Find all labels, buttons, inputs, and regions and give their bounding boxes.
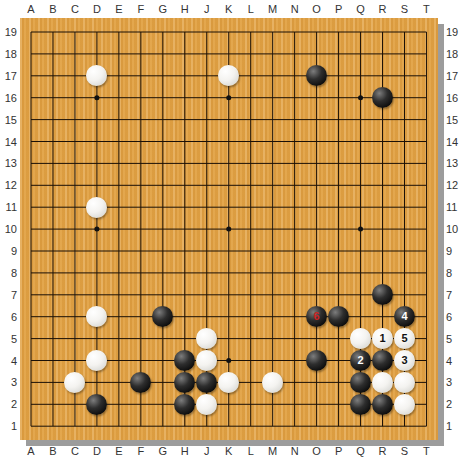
coord-label-right-11: 11 [446,200,463,214]
coord-label-left-1: 1 [0,419,17,433]
coord-label-bottom-L: L [242,444,260,458]
black-stone-R4 [372,350,393,371]
star-point-K10 [226,227,231,232]
coord-label-right-13: 13 [446,156,463,170]
coord-label-right-8: 8 [446,266,463,280]
star-point-Q10 [358,227,363,232]
coord-label-right-5: 5 [446,332,463,346]
coord-label-top-G: G [154,2,172,16]
coord-label-right-12: 12 [446,178,463,192]
coord-label-left-17: 17 [0,69,17,83]
coord-label-bottom-Q: Q [352,444,370,458]
white-stone-Q5 [350,328,371,349]
white-stone-D11 [86,197,107,218]
coord-label-right-9: 9 [446,244,463,258]
coord-label-left-19: 19 [0,25,17,39]
coord-label-left-8: 8 [0,266,17,280]
coord-label-top-H: H [176,2,194,16]
coord-label-bottom-K: K [220,444,238,458]
coord-label-top-Q: Q [352,2,370,16]
coord-label-left-11: 11 [0,200,17,214]
move-number-2: 2 [357,355,363,366]
go-board[interactable]: 641523 [20,18,438,440]
coord-label-right-2: 2 [446,397,463,411]
black-stone-R2 [372,394,393,415]
coord-label-bottom-O: O [308,444,326,458]
coord-label-top-R: R [374,2,392,16]
white-stone-M3 [262,372,283,393]
coord-label-top-B: B [44,2,62,16]
coord-label-right-19: 19 [446,25,463,39]
star-point-Q16 [358,95,363,100]
coord-label-right-10: 10 [446,222,463,236]
coord-label-right-7: 7 [446,288,463,302]
coord-label-left-18: 18 [0,47,17,61]
coord-label-top-O: O [308,2,326,16]
coord-label-right-16: 16 [446,91,463,105]
coord-label-bottom-E: E [110,444,128,458]
coord-label-bottom-J: J [198,444,216,458]
coord-label-bottom-C: C [66,444,84,458]
coord-label-bottom-F: F [132,444,150,458]
go-board-diagram: ABCDEFGHJKLMNOPQRST ABCDEFGHJKLMNOPQRST … [0,0,465,460]
coord-label-bottom-T: T [417,444,435,458]
coord-label-left-3: 3 [0,375,17,389]
coord-label-top-M: M [264,2,282,16]
coord-label-top-P: P [330,2,348,16]
coord-label-left-5: 5 [0,332,17,346]
black-stone-Q3 [350,372,371,393]
move-number-4: 4 [401,311,407,322]
coord-label-left-16: 16 [0,91,17,105]
white-stone-S5: 5 [394,328,415,349]
coord-label-left-9: 9 [0,244,17,258]
move-number-5: 5 [401,333,407,344]
coord-label-left-12: 12 [0,178,17,192]
coord-label-left-2: 2 [0,397,17,411]
coord-label-top-F: F [132,2,150,16]
coord-label-bottom-H: H [176,444,194,458]
coord-label-bottom-B: B [44,444,62,458]
black-stone-O4 [306,350,327,371]
coord-label-top-N: N [286,2,304,16]
coord-label-top-E: E [110,2,128,16]
coord-label-bottom-N: N [286,444,304,458]
coord-label-bottom-R: R [374,444,392,458]
coord-label-right-18: 18 [446,47,463,61]
coord-label-left-14: 14 [0,135,17,149]
coord-label-bottom-D: D [88,444,106,458]
coord-label-bottom-A: A [22,444,40,458]
white-stone-K3 [218,372,239,393]
coord-label-top-J: J [198,2,216,16]
move-number-6: 6 [314,311,320,322]
coord-label-right-17: 17 [446,69,463,83]
coord-label-left-7: 7 [0,288,17,302]
coord-label-top-L: L [242,2,260,16]
coord-label-top-A: A [22,2,40,16]
coord-label-bottom-S: S [395,444,413,458]
black-stone-H2 [174,394,195,415]
white-stone-S4: 3 [394,350,415,371]
coord-label-left-13: 13 [0,156,17,170]
coord-label-right-4: 4 [446,354,463,368]
black-stone-Q2 [350,394,371,415]
coord-label-right-3: 3 [446,375,463,389]
coord-label-right-14: 14 [446,135,463,149]
star-point-K16 [226,95,231,100]
star-point-D10 [94,227,99,232]
coord-label-right-15: 15 [446,113,463,127]
move-number-1: 1 [379,333,385,344]
coord-label-top-K: K [220,2,238,16]
star-point-D16 [94,95,99,100]
white-stone-S3 [394,372,415,393]
coord-label-top-S: S [395,2,413,16]
coord-label-left-6: 6 [0,310,17,324]
coord-label-top-T: T [417,2,435,16]
coord-label-top-D: D [88,2,106,16]
black-stone-J3 [196,372,217,393]
coord-label-bottom-M: M [264,444,282,458]
move-number-3: 3 [401,355,407,366]
coord-label-right-1: 1 [446,419,463,433]
white-stone-J2 [196,394,217,415]
star-point-K4 [226,358,231,363]
white-stone-S2 [394,394,415,415]
white-stone-R3 [372,372,393,393]
coord-label-left-15: 15 [0,113,17,127]
coord-label-left-4: 4 [0,354,17,368]
coord-label-bottom-G: G [154,444,172,458]
coord-label-top-C: C [66,2,84,16]
black-stone-Q4: 2 [350,350,371,371]
coord-label-right-6: 6 [446,310,463,324]
white-stone-R5: 1 [372,328,393,349]
coord-label-bottom-P: P [330,444,348,458]
coord-label-left-10: 10 [0,222,17,236]
